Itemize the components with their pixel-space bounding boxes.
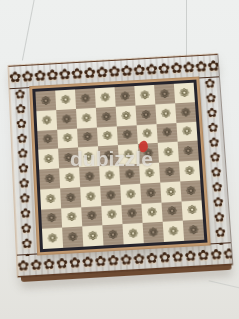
square-motif-icon: ❁: [185, 184, 196, 197]
board-square: ❁: [155, 103, 176, 124]
square-motif-icon: ❁: [160, 107, 171, 119]
board-square: ❁: [143, 222, 164, 243]
square-motif-icon: ❁: [164, 166, 175, 179]
square-motif-icon: ❁: [187, 204, 198, 217]
board-square: ❁: [101, 204, 122, 225]
square-motif-icon: ❁: [139, 89, 150, 101]
board-square: ❁: [182, 200, 203, 221]
board-square: ❁: [154, 84, 175, 104]
board-square: ❁: [76, 108, 97, 129]
board-square: ❁: [163, 221, 184, 242]
square-motif-icon: ❁: [84, 170, 95, 183]
board-square: ❁: [120, 184, 141, 205]
square-motif-icon: ❁: [102, 130, 113, 142]
board-square: ❁: [117, 125, 138, 146]
square-motif-icon: ❁: [182, 125, 193, 137]
square-motif-icon: ❁: [60, 93, 71, 105]
square-motif-icon: ❁: [163, 146, 174, 158]
square-motif-icon: ❁: [188, 224, 199, 237]
board-square: ❁: [183, 220, 204, 241]
square-motif-icon: ❁: [108, 229, 119, 242]
square-motif-icon: ❁: [122, 129, 133, 141]
board-square: ❁: [42, 228, 63, 249]
board-square: ❁: [100, 185, 121, 206]
square-motif-icon: ❁: [125, 188, 136, 201]
board-square: ❁: [176, 121, 197, 142]
square-motif-icon: ❁: [147, 206, 158, 219]
board-square: ❁: [39, 168, 60, 189]
square-motif-icon: ❁: [47, 232, 58, 245]
board-square: ❁: [178, 141, 199, 162]
floor-tile-seam: [186, 0, 187, 56]
board-square: ❁: [56, 109, 77, 130]
board-square: ❁: [116, 105, 137, 126]
board-square: ❁: [38, 149, 59, 170]
square-motif-icon: ❁: [87, 230, 98, 243]
floor-tile-seam: [22, 0, 35, 61]
square-motif-icon: ❁: [165, 185, 176, 198]
square-motif-icon: ❁: [106, 209, 117, 222]
square-motif-icon: ❁: [81, 112, 92, 124]
board-square: ❁: [36, 110, 57, 131]
square-motif-icon: ❁: [100, 91, 111, 103]
square-motif-icon: ❁: [67, 231, 78, 244]
square-motif-icon: ❁: [183, 145, 194, 157]
square-motif-icon: ❁: [65, 191, 76, 204]
board-square: ❁: [82, 226, 103, 247]
square-motif-icon: ❁: [44, 173, 55, 186]
board-square: ❁: [161, 201, 182, 222]
square-motif-icon: ❁: [120, 90, 131, 102]
square-motif-icon: ❁: [148, 226, 159, 239]
square-motif-icon: ❁: [179, 87, 190, 99]
board-square: ❁: [157, 122, 178, 143]
board-square: ❁: [141, 202, 162, 223]
board-square: ❁: [102, 224, 123, 245]
floor-tile-seam: [209, 280, 239, 293]
board-square: ❁: [61, 207, 82, 228]
square-motif-icon: ❁: [128, 227, 139, 240]
square-motif-icon: ❁: [46, 212, 57, 225]
board-square: ❁: [41, 208, 62, 229]
board-square: ❁: [60, 187, 81, 208]
square-motif-icon: ❁: [159, 88, 170, 100]
board-square: ❁: [174, 83, 195, 103]
board-square: ❁: [121, 203, 142, 224]
board-square: ❁: [57, 128, 78, 149]
square-motif-icon: ❁: [82, 131, 93, 143]
board-square: ❁: [95, 87, 116, 107]
square-motif-icon: ❁: [41, 95, 52, 107]
square-motif-icon: ❁: [66, 211, 77, 224]
board-square: ❁: [55, 89, 76, 109]
board-square: ❁: [97, 126, 118, 147]
board-square: ❁: [80, 186, 101, 207]
board-square: ❁: [96, 106, 117, 127]
board-square: ❁: [159, 162, 180, 183]
board-square: ❁: [62, 227, 83, 248]
square-motif-icon: ❁: [145, 187, 156, 200]
board-square: ❁: [40, 188, 61, 209]
square-motif-icon: ❁: [45, 192, 56, 205]
board-square: ❁: [160, 181, 181, 202]
square-motif-icon: ❁: [121, 109, 132, 121]
square-motif-icon: ❁: [105, 189, 116, 202]
square-motif-icon: ❁: [41, 114, 52, 126]
board-square: ❁: [140, 182, 161, 203]
board-square: ❁: [134, 85, 155, 105]
square-motif-icon: ❁: [85, 190, 96, 203]
square-motif-icon: ❁: [86, 210, 97, 223]
square-motif-icon: ❁: [104, 169, 115, 182]
square-motif-icon: ❁: [167, 205, 178, 218]
board-square: ❁: [158, 142, 179, 163]
photo-scene: ✿✿✿✿✿✿✿✿✿✿✿✿✿✿✿✿✿✿✿✿✿✿ ✿✿✿✿✿✿✿✿✿✿✿✿✿✿✿✿✿…: [0, 0, 239, 319]
board-square: ❁: [180, 180, 201, 201]
square-motif-icon: ❁: [142, 128, 153, 140]
board-square: ❁: [179, 160, 200, 181]
board-square: ❁: [75, 88, 96, 108]
square-motif-icon: ❁: [43, 153, 54, 165]
square-motif-icon: ❁: [184, 165, 195, 178]
square-motif-icon: ❁: [101, 111, 112, 123]
board-square: ❁: [81, 206, 102, 227]
square-motif-icon: ❁: [180, 106, 191, 118]
board-square: ❁: [115, 86, 136, 106]
square-motif-icon: ❁: [141, 108, 152, 120]
square-motif-icon: ❁: [168, 225, 179, 238]
board-square: ❁: [77, 127, 98, 148]
board-square: ❁: [175, 102, 196, 123]
board-square: ❁: [35, 91, 56, 111]
square-motif-icon: ❁: [42, 133, 53, 145]
board-square: ❁: [135, 104, 156, 125]
square-motif-icon: ❁: [127, 208, 138, 221]
board-square: ❁: [122, 223, 143, 244]
square-motif-icon: ❁: [62, 132, 73, 144]
board-square: ❁: [37, 129, 58, 150]
square-motif-icon: ❁: [61, 113, 72, 125]
square-motif-icon: ❁: [162, 127, 173, 139]
square-motif-icon: ❁: [80, 92, 91, 104]
square-motif-icon: ❁: [64, 171, 75, 184]
